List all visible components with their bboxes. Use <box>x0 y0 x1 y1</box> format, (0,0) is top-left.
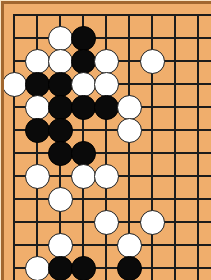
stone-white <box>94 72 119 97</box>
stone-white <box>117 95 142 120</box>
grid-line-horizontal <box>13 14 211 16</box>
stone-white <box>2 72 27 97</box>
stone-white <box>140 49 165 74</box>
grid-line-vertical <box>174 14 176 280</box>
stone-white <box>94 210 119 235</box>
stone-white <box>94 49 119 74</box>
board-frame-top <box>1 1 211 4</box>
stone-black <box>48 72 73 97</box>
stone-white <box>25 164 50 189</box>
stone-black <box>71 141 96 166</box>
stone-black <box>71 49 96 74</box>
stone-black <box>48 256 73 280</box>
go-board <box>0 0 211 280</box>
stone-black <box>25 72 50 97</box>
stone-black <box>48 95 73 120</box>
stone-white <box>48 26 73 51</box>
stone-white <box>117 118 142 143</box>
grid-line-horizontal <box>13 198 211 200</box>
board-frame-left <box>1 1 4 280</box>
stone-white <box>25 95 50 120</box>
stone-white <box>48 233 73 258</box>
stone-white <box>25 49 50 74</box>
stone-black <box>48 141 73 166</box>
stone-black <box>117 256 142 280</box>
grid-line-vertical <box>13 14 15 280</box>
stone-white <box>117 233 142 258</box>
stone-black <box>94 95 119 120</box>
stone-white <box>94 164 119 189</box>
stone-white <box>48 187 73 212</box>
stone-black <box>25 118 50 143</box>
stone-white <box>25 256 50 280</box>
stone-black <box>71 26 96 51</box>
stone-white <box>48 49 73 74</box>
stone-black <box>71 95 96 120</box>
grid-line-horizontal <box>13 37 211 39</box>
stone-white <box>71 72 96 97</box>
stone-black <box>48 118 73 143</box>
stone-white <box>140 210 165 235</box>
stone-black <box>71 256 96 280</box>
grid-line-horizontal <box>13 244 211 246</box>
stone-white <box>71 164 96 189</box>
go-diagram <box>0 0 211 280</box>
grid-line-horizontal <box>13 152 211 154</box>
grid-line-vertical <box>197 14 199 280</box>
